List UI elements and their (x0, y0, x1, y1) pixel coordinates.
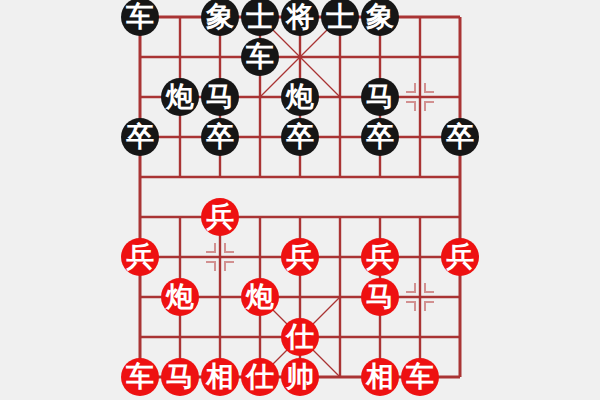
board-point[interactable] (440, 197, 480, 237)
board-point[interactable] (240, 197, 280, 237)
board-point[interactable]: 相 (360, 357, 400, 397)
board-point[interactable] (320, 157, 360, 197)
board-point[interactable] (280, 37, 320, 77)
board-point[interactable]: 炮 (160, 277, 200, 317)
board-point[interactable] (280, 157, 320, 197)
piece-black-elephant[interactable]: 象 (201, 0, 239, 36)
board-point[interactable] (240, 237, 280, 277)
board-point[interactable]: 兵 (120, 237, 160, 277)
board-point[interactable]: 兵 (200, 197, 240, 237)
board-point[interactable]: 炮 (160, 77, 200, 117)
piece-black-horse[interactable]: 马 (201, 78, 239, 116)
piece-red-soldier[interactable]: 兵 (281, 238, 319, 276)
board-point[interactable] (400, 117, 440, 157)
board-point[interactable]: 炮 (280, 77, 320, 117)
board-point[interactable]: 卒 (280, 117, 320, 157)
board-point[interactable] (440, 0, 480, 37)
board-point[interactable] (120, 277, 160, 317)
board-point[interactable] (160, 117, 200, 157)
board-point[interactable]: 士 (240, 0, 280, 37)
board-point[interactable] (200, 277, 240, 317)
piece-red-soldier[interactable]: 兵 (201, 198, 239, 236)
piece-red-advisor[interactable]: 仕 (241, 358, 279, 396)
board-point[interactable]: 象 (200, 0, 240, 37)
piece-red-soldier[interactable]: 兵 (121, 238, 159, 276)
board-point[interactable] (440, 157, 480, 197)
board-point[interactable]: 车 (120, 0, 160, 37)
board-point[interactable] (240, 157, 280, 197)
piece-black-soldier[interactable]: 卒 (121, 118, 159, 156)
board-point-grid: 车象士将士象车炮马炮马卒卒卒卒卒兵兵兵兵兵炮炮马仕车马相仕帅相车 (120, 0, 480, 397)
board-point[interactable] (400, 37, 440, 77)
piece-red-horse[interactable]: 马 (361, 278, 399, 316)
board-point[interactable] (200, 317, 240, 357)
piece-red-horse[interactable]: 马 (161, 358, 199, 396)
piece-black-soldier[interactable]: 卒 (281, 118, 319, 156)
board-point[interactable]: 卒 (120, 117, 160, 157)
board-point[interactable] (160, 157, 200, 197)
piece-red-soldier[interactable]: 兵 (361, 238, 399, 276)
piece-black-advisor[interactable]: 士 (321, 0, 359, 36)
board-point[interactable]: 马 (160, 357, 200, 397)
board-point[interactable]: 兵 (360, 237, 400, 277)
board-point[interactable]: 卒 (440, 117, 480, 157)
xiangqi-board: 车象士将士象车炮马炮马卒卒卒卒卒兵兵兵兵兵炮炮马仕车马相仕帅相车 (0, 0, 600, 400)
board-point[interactable] (160, 197, 200, 237)
piece-red-elephant[interactable]: 相 (361, 358, 399, 396)
piece-black-elephant[interactable]: 象 (361, 0, 399, 36)
piece-red-chariot[interactable]: 车 (401, 358, 439, 396)
piece-black-cannon[interactable]: 炮 (161, 78, 199, 116)
board-point[interactable]: 卒 (360, 117, 400, 157)
board-point[interactable]: 马 (200, 77, 240, 117)
piece-red-cannon[interactable]: 炮 (241, 278, 279, 316)
board-point[interactable] (320, 277, 360, 317)
board-point[interactable] (440, 317, 480, 357)
board-point[interactable] (280, 197, 320, 237)
piece-black-cannon[interactable]: 炮 (281, 78, 319, 116)
board-point[interactable] (120, 37, 160, 77)
board-point[interactable] (440, 77, 480, 117)
board-point[interactable] (360, 37, 400, 77)
board-point[interactable]: 车 (400, 357, 440, 397)
board-point[interactable] (360, 197, 400, 237)
board-point[interactable] (400, 277, 440, 317)
board-point[interactable] (440, 277, 480, 317)
board-point[interactable] (160, 237, 200, 277)
board-point[interactable] (400, 197, 440, 237)
board-point[interactable] (320, 197, 360, 237)
piece-black-soldier[interactable]: 卒 (361, 118, 399, 156)
piece-red-general[interactable]: 帅 (281, 358, 319, 396)
board-point[interactable] (200, 37, 240, 77)
board-point[interactable] (120, 317, 160, 357)
board-point[interactable]: 仕 (280, 317, 320, 357)
board-point[interactable] (400, 77, 440, 117)
piece-black-horse[interactable]: 马 (361, 78, 399, 116)
piece-black-chariot[interactable]: 车 (241, 38, 279, 76)
piece-red-cannon[interactable]: 炮 (161, 278, 199, 316)
board-point[interactable] (360, 157, 400, 197)
board-point[interactable]: 仕 (240, 357, 280, 397)
board-point[interactable]: 士 (320, 0, 360, 37)
piece-black-general[interactable]: 将 (281, 0, 319, 36)
board-point[interactable] (120, 77, 160, 117)
board-point[interactable] (240, 77, 280, 117)
board-point[interactable]: 象 (360, 0, 400, 37)
piece-red-advisor[interactable]: 仕 (281, 318, 319, 356)
piece-red-chariot[interactable]: 车 (121, 358, 159, 396)
board-point[interactable] (400, 317, 440, 357)
board-point[interactable] (360, 317, 400, 357)
board-point[interactable] (440, 357, 480, 397)
board-point[interactable] (400, 0, 440, 37)
board-point[interactable] (320, 37, 360, 77)
piece-red-soldier[interactable]: 兵 (441, 238, 479, 276)
board-point[interactable] (400, 237, 440, 277)
piece-black-advisor[interactable]: 士 (241, 0, 279, 36)
board-point[interactable]: 车 (120, 357, 160, 397)
board-point[interactable] (160, 317, 200, 357)
board-point[interactable]: 卒 (200, 117, 240, 157)
board-point[interactable]: 马 (360, 77, 400, 117)
board-point[interactable] (160, 37, 200, 77)
piece-black-chariot[interactable]: 车 (121, 0, 159, 36)
board-point[interactable] (120, 157, 160, 197)
board-point[interactable]: 帅 (280, 357, 320, 397)
board-point[interactable] (320, 77, 360, 117)
board-point[interactable]: 马 (360, 277, 400, 317)
board-point[interactable]: 炮 (240, 277, 280, 317)
board-point[interactable]: 兵 (440, 237, 480, 277)
piece-black-soldier[interactable]: 卒 (441, 118, 479, 156)
board-point[interactable] (240, 117, 280, 157)
board-point[interactable] (280, 277, 320, 317)
board-point[interactable] (320, 237, 360, 277)
board-point[interactable] (400, 157, 440, 197)
board-point[interactable] (200, 237, 240, 277)
piece-red-elephant[interactable]: 相 (201, 358, 239, 396)
board-point[interactable] (160, 0, 200, 37)
piece-black-soldier[interactable]: 卒 (201, 118, 239, 156)
board-point[interactable] (320, 317, 360, 357)
board-point[interactable] (240, 317, 280, 357)
board-point[interactable] (320, 117, 360, 157)
board-point[interactable] (200, 157, 240, 197)
board-point[interactable]: 兵 (280, 237, 320, 277)
board-point[interactable]: 车 (240, 37, 280, 77)
board-point[interactable] (320, 357, 360, 397)
board-point[interactable] (440, 37, 480, 77)
board-point[interactable]: 将 (280, 0, 320, 37)
board-point[interactable]: 相 (200, 357, 240, 397)
board-point[interactable] (120, 197, 160, 237)
